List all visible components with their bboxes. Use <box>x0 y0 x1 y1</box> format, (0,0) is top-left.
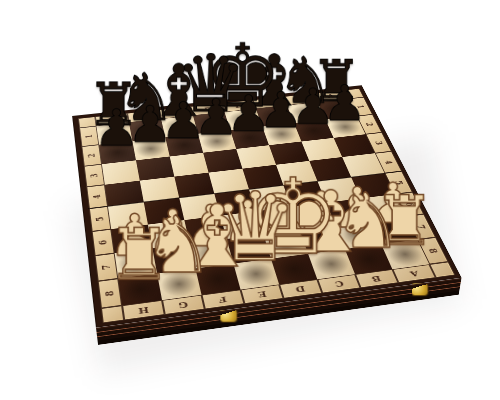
file-label-near: B <box>355 269 398 288</box>
file-label-near: H <box>122 300 165 320</box>
file-label-near: G <box>162 295 205 315</box>
file-label-near: A <box>392 264 436 283</box>
border-corner <box>101 305 124 323</box>
file-label-near: D <box>279 279 322 298</box>
brass-latch-body <box>412 283 428 295</box>
file-label-near: F <box>202 290 245 310</box>
file-label-near: E <box>241 284 284 303</box>
photo-scene: HGFEDCBA1122334455667788HGFEDCBA ♜♞♝♛♚♝♞… <box>0 0 500 400</box>
chess-board[interactable]: HGFEDCBA1122334455667788HGFEDCBA ♜♞♝♛♚♝♞… <box>72 85 462 328</box>
file-label-near: C <box>317 274 360 293</box>
brass-latch-body <box>220 310 236 322</box>
border-corner <box>429 262 455 278</box>
light-rook-icon: ♜ <box>103 219 174 290</box>
